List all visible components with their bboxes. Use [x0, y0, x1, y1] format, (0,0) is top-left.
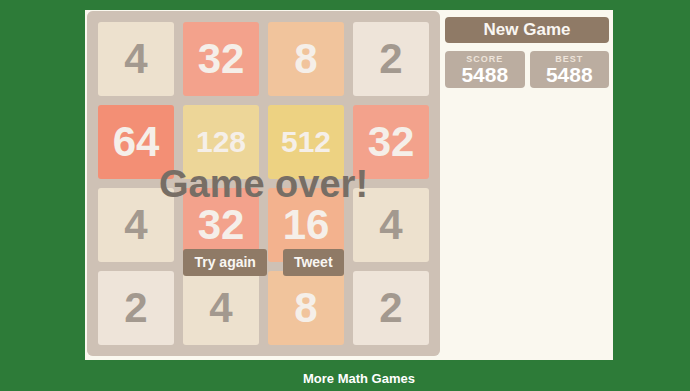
score-box: SCORE 5488 [445, 51, 525, 88]
best-value: 5488 [546, 64, 593, 86]
best-box: BEST 5488 [530, 51, 610, 88]
score-row: SCORE 5488 BEST 5488 [445, 51, 609, 88]
game-over-overlay: Game over! Try again Tweet [87, 11, 440, 356]
try-again-button[interactable]: Try again [183, 249, 266, 276]
game-over-buttons: Try again Tweet [87, 249, 440, 276]
game-over-message: Game over! [87, 163, 440, 206]
game-board: 4328264128512324321642482 Game over! Try… [87, 11, 440, 356]
page-background: 4328264128512324321642482 Game over! Try… [0, 0, 690, 391]
new-game-button[interactable]: New Game [445, 17, 609, 43]
sidebar: New Game SCORE 5488 BEST 5488 [445, 17, 609, 88]
tweet-button[interactable]: Tweet [283, 249, 344, 276]
more-math-games-link[interactable]: More Math Games [303, 371, 415, 386]
game-panel: 4328264128512324321642482 Game over! Try… [85, 10, 613, 360]
score-value: 5488 [461, 64, 508, 86]
